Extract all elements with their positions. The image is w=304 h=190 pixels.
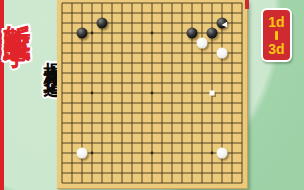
rank-badge-top: 1d — [268, 15, 284, 29]
black-stone — [207, 28, 218, 39]
black-stone — [187, 28, 198, 39]
rank-range-badge: 1d 3d — [261, 8, 292, 62]
square-point-marker-icon — [210, 91, 215, 96]
black-stone — [97, 18, 108, 29]
left-red-strip — [0, 0, 4, 190]
rank-badge-separator-icon — [275, 31, 278, 40]
go-lesson-thumbnail: 斩断实战恶手 探索棋之正道 1d 3d — [0, 0, 304, 190]
last-move-triangle-icon — [222, 22, 228, 28]
title-vertical-red: 斩断实战恶手 — [3, 3, 30, 21]
white-stone — [217, 148, 228, 159]
white-stone — [197, 38, 208, 49]
rank-badge-bottom: 3d — [268, 42, 284, 56]
black-stone — [217, 18, 228, 29]
go-board — [57, 0, 248, 189]
black-stone — [77, 28, 88, 39]
white-stone — [217, 48, 228, 59]
white-stone — [77, 148, 88, 159]
red-corner-sliver — [245, 0, 249, 9]
